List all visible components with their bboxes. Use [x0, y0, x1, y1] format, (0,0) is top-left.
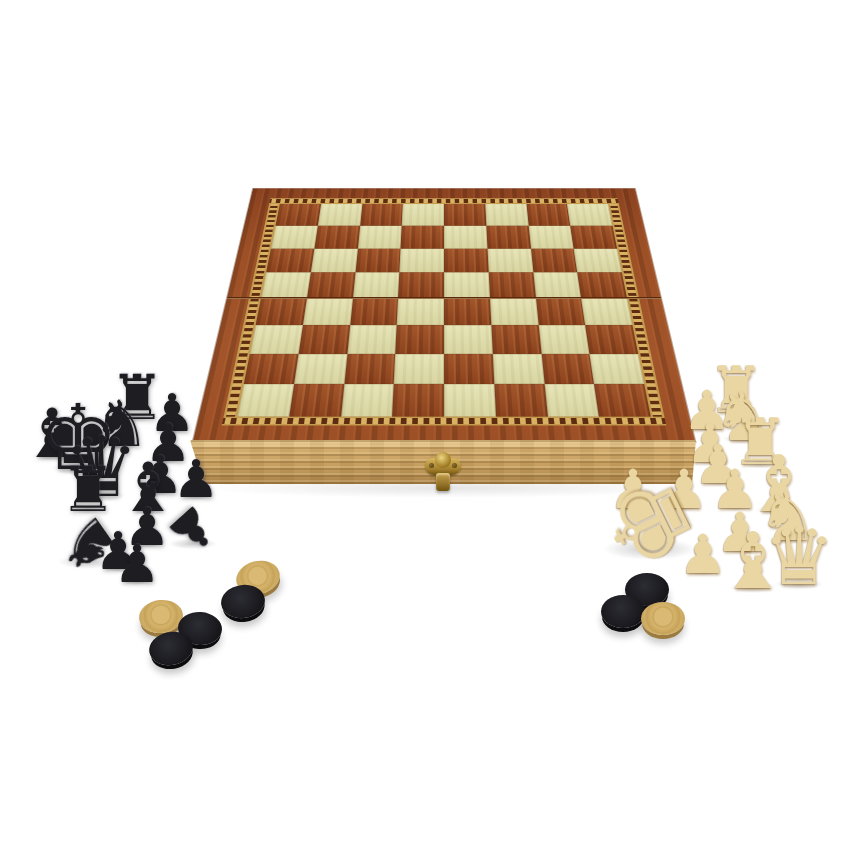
square-c4[interactable] [350, 298, 398, 325]
chess-board [193, 188, 696, 442]
black-pawn-piece[interactable]: ♟ [173, 453, 220, 505]
square-f3[interactable] [491, 325, 541, 354]
square-d3[interactable] [395, 325, 444, 354]
square-f5[interactable] [488, 272, 535, 298]
square-b6[interactable] [311, 248, 358, 272]
square-e7[interactable] [444, 226, 487, 249]
square-a3[interactable] [250, 325, 303, 354]
square-g2[interactable] [541, 354, 594, 384]
square-h4[interactable] [581, 298, 632, 325]
clasp-screw-left [429, 463, 434, 468]
square-g5[interactable] [533, 272, 581, 298]
square-a8[interactable] [276, 204, 321, 226]
square-d7[interactable] [401, 226, 444, 249]
clasp-knob [435, 452, 451, 468]
square-d2[interactable] [394, 354, 444, 384]
square-e6[interactable] [444, 248, 488, 272]
square-b3[interactable] [298, 325, 349, 354]
square-a1[interactable] [237, 384, 294, 416]
square-b1[interactable] [289, 384, 344, 416]
square-c1[interactable] [341, 384, 394, 416]
square-f4[interactable] [490, 298, 538, 325]
square-c3[interactable] [347, 325, 397, 354]
square-f2[interactable] [493, 354, 545, 384]
square-a7[interactable] [271, 226, 318, 249]
white-bishop-piece[interactable]: ♝ [718, 522, 788, 600]
square-c7[interactable] [357, 226, 401, 249]
square-a4[interactable] [256, 298, 307, 325]
product-photo-scene: ♜♞♝♚♟♟♛♜♝♟♟♞♟♟♟♟♟♜♞♟♜♟♝♟♟♚♟♞♟♟♛♝ [0, 0, 862, 862]
square-d8[interactable] [402, 204, 444, 226]
square-h2[interactable] [590, 354, 645, 384]
square-b4[interactable] [303, 298, 353, 325]
square-e4[interactable] [444, 298, 491, 325]
square-h1[interactable] [594, 384, 651, 416]
black-pawn-piece[interactable]: ♟ [114, 538, 161, 590]
checker-black[interactable] [601, 595, 645, 628]
square-g4[interactable] [536, 298, 586, 325]
square-e5[interactable] [444, 272, 490, 298]
clasp-screw-right [452, 463, 457, 468]
square-f7[interactable] [486, 226, 530, 249]
square-c6[interactable] [355, 248, 401, 272]
square-e3[interactable] [444, 325, 493, 354]
brass-clasp[interactable] [425, 452, 461, 494]
square-d4[interactable] [397, 298, 444, 325]
square-g6[interactable] [531, 248, 578, 272]
fold-seam [227, 297, 662, 299]
square-f1[interactable] [494, 384, 547, 416]
square-h5[interactable] [577, 272, 627, 298]
playing-field [237, 204, 651, 417]
square-b8[interactable] [318, 204, 362, 226]
clasp-hasp [436, 473, 450, 491]
square-b7[interactable] [314, 226, 360, 249]
square-h6[interactable] [574, 248, 622, 272]
square-g8[interactable] [526, 204, 570, 226]
square-e2[interactable] [444, 354, 494, 384]
square-h3[interactable] [585, 325, 638, 354]
square-a2[interactable] [244, 354, 299, 384]
square-c8[interactable] [360, 204, 403, 226]
square-c2[interactable] [344, 354, 396, 384]
square-a6[interactable] [266, 248, 314, 272]
square-e1[interactable] [444, 384, 496, 416]
square-h8[interactable] [567, 204, 612, 226]
square-b5[interactable] [307, 272, 355, 298]
square-d5[interactable] [398, 272, 444, 298]
checker-light[interactable] [641, 602, 685, 635]
square-d1[interactable] [392, 384, 444, 416]
square-f6[interactable] [487, 248, 533, 272]
square-b2[interactable] [294, 354, 347, 384]
square-g3[interactable] [538, 325, 589, 354]
square-g1[interactable] [544, 384, 599, 416]
square-e8[interactable] [444, 204, 486, 226]
square-g7[interactable] [528, 226, 574, 249]
square-a5[interactable] [261, 272, 311, 298]
square-c5[interactable] [353, 272, 400, 298]
decorative-border-bottom [222, 417, 666, 426]
square-h7[interactable] [570, 226, 617, 249]
square-d6[interactable] [400, 248, 444, 272]
square-f8[interactable] [485, 204, 528, 226]
